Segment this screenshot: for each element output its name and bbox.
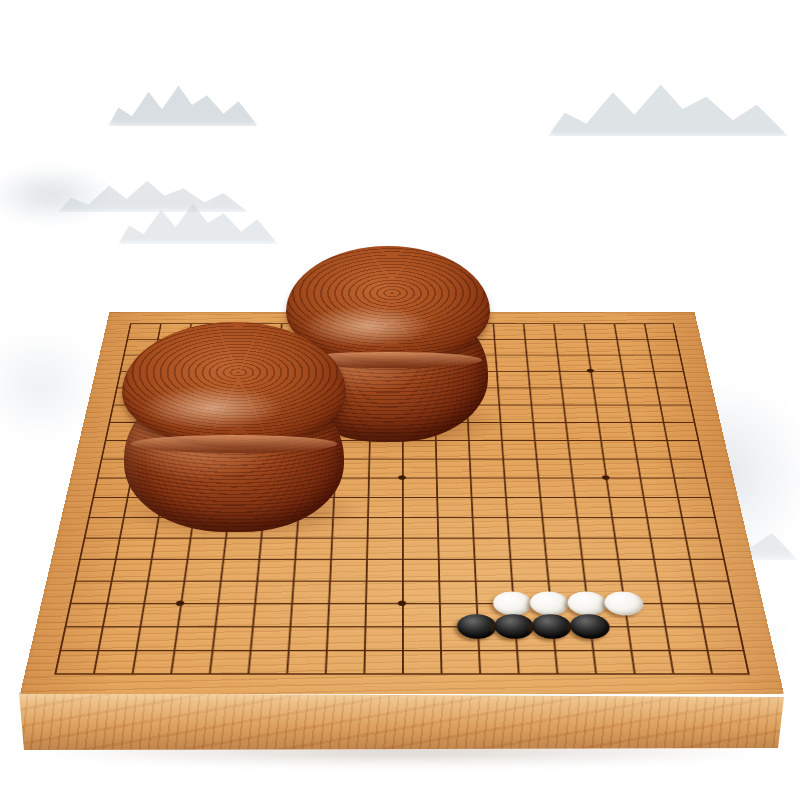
stone-bowl-left <box>122 322 346 532</box>
white-stone <box>566 591 608 615</box>
black-stone <box>568 614 610 639</box>
star-point <box>398 475 406 479</box>
star-point <box>586 369 594 373</box>
board-front-face <box>18 691 786 751</box>
star-point <box>398 600 407 605</box>
white-stone <box>603 591 645 615</box>
star-point <box>601 475 609 479</box>
star-point <box>176 600 185 605</box>
white-stone <box>529 591 570 615</box>
bowl-lid <box>122 322 346 448</box>
white-stone <box>493 591 533 615</box>
mountain-watermark <box>548 80 788 136</box>
black-stone <box>531 614 573 639</box>
black-stone <box>457 614 497 639</box>
product-photo-stage <box>0 0 800 800</box>
black-stone <box>494 614 535 639</box>
mountain-watermark <box>108 82 258 126</box>
mountain-watermark <box>0 165 115 225</box>
